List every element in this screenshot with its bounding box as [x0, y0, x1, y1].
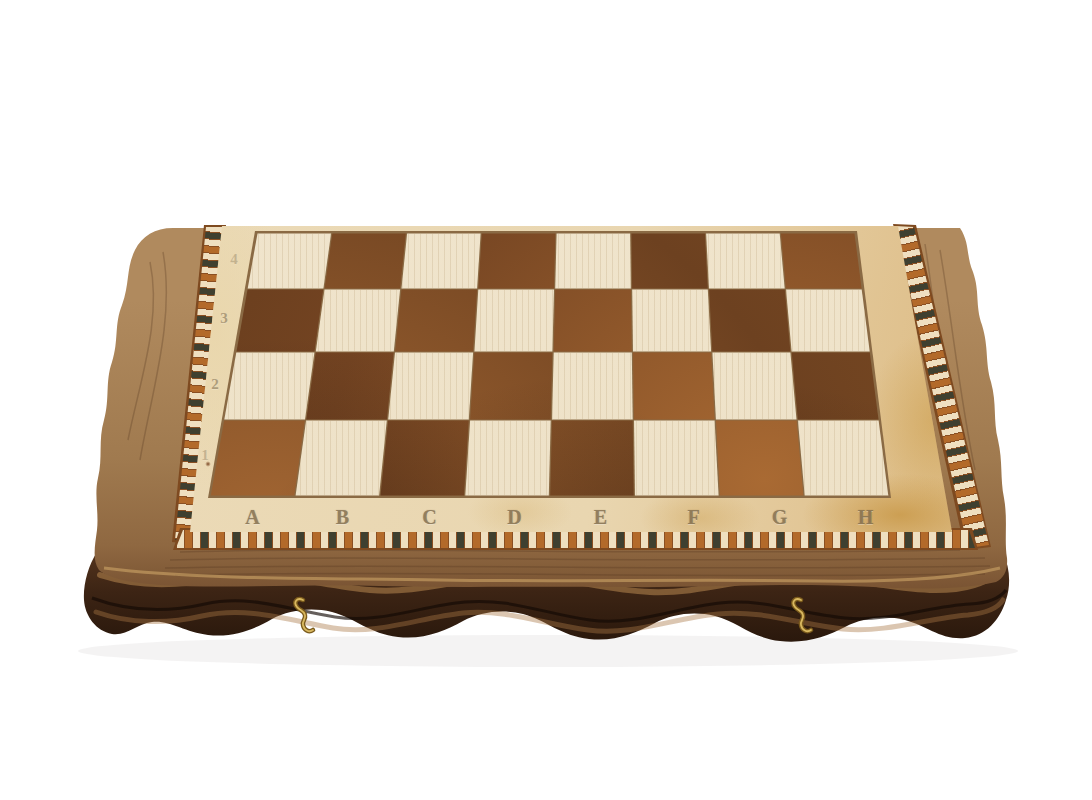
- rank-label-4: 4: [230, 251, 238, 268]
- file-label-d: D: [507, 505, 522, 529]
- rank-label-2: 2: [211, 376, 219, 393]
- file-label-b: B: [336, 505, 350, 529]
- file-label-f: F: [687, 505, 700, 529]
- rank-label-3: 3: [220, 310, 228, 327]
- file-label-a: A: [245, 505, 260, 529]
- file-label-g: G: [772, 505, 789, 529]
- file-label-h: H: [858, 505, 875, 529]
- rank-label-1: 1: [201, 447, 209, 464]
- file-label-e: E: [594, 505, 608, 529]
- product-photo-stage: ABCDEFGH4321: [0, 0, 1092, 800]
- file-label-c: C: [422, 505, 437, 529]
- coordinate-labels: ABCDEFGH4321: [0, 0, 1092, 800]
